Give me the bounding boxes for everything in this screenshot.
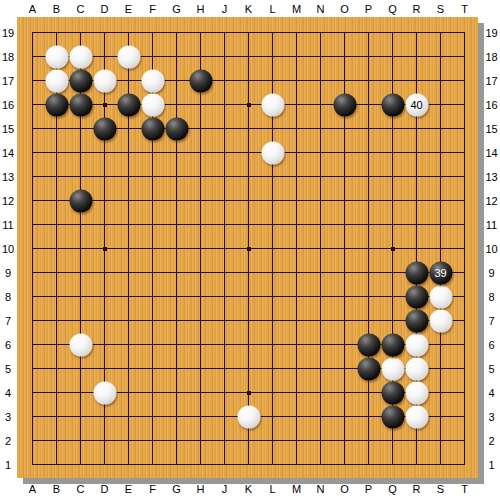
white-stone [261,141,284,164]
coordinate-label: P [365,3,372,14]
coordinate-label: B [53,3,60,14]
white-stone [429,309,452,332]
black-stone [69,69,92,92]
star-point [247,247,251,251]
coordinate-label: O [340,3,349,14]
coordinate-label: S [437,3,444,14]
coordinate-label: R [413,3,421,14]
coordinate-label: 1 [5,459,11,470]
coordinate-label: O [340,484,349,495]
black-stone [189,69,212,92]
move-number-label: 40 [410,99,422,110]
coordinate-label: 5 [488,363,494,374]
coordinate-label: G [172,484,181,495]
coordinate-label: M [292,3,301,14]
white-stone [405,357,428,380]
coordinate-label: 4 [5,387,11,398]
coordinate-label: T [461,3,468,14]
coordinate-label: J [222,484,228,495]
coordinate-label: D [101,484,109,495]
coordinate-label: R [413,484,421,495]
white-stone [117,45,140,68]
coordinate-label: B [53,484,60,495]
black-stone: 39 [429,261,452,284]
star-point [103,103,107,107]
white-stone [141,69,164,92]
white-stone [141,93,164,116]
coordinate-label: Q [388,484,397,495]
black-stone [405,261,428,284]
coordinate-label: 14 [2,147,14,158]
coordinate-label: Q [388,3,397,14]
coordinate-label: 13 [485,171,497,182]
coordinate-label: 6 [488,339,494,350]
coordinate-label: H [197,3,205,14]
black-stone [381,93,404,116]
coordinate-label: 9 [5,267,11,278]
black-stone [93,117,116,140]
coordinate-label: 7 [488,315,494,326]
white-stone [381,357,404,380]
coordinate-label: 10 [2,243,14,254]
coordinate-label: 16 [2,99,14,110]
coordinate-label: 14 [485,147,497,158]
coordinate-label: 18 [485,51,497,62]
move-number-label: 39 [434,267,446,278]
coordinate-label: K [245,484,252,495]
white-stone [429,285,452,308]
coordinate-label: 19 [2,27,14,38]
coordinate-label: L [269,484,275,495]
coordinate-label: 7 [5,315,11,326]
coordinate-label: 4 [488,387,494,398]
coordinate-label: 1 [488,459,494,470]
coordinate-label: 3 [5,411,11,422]
coordinate-label: 19 [485,27,497,38]
coordinate-label: 17 [485,75,497,86]
coordinate-label: 15 [485,123,497,134]
coordinate-label: 12 [485,195,497,206]
coordinate-label: N [317,484,325,495]
coordinate-label: 11 [2,219,13,230]
coordinate-label: 15 [2,123,14,134]
coordinate-label: H [197,484,205,495]
black-stone [69,93,92,116]
coordinate-label: 12 [2,195,14,206]
black-stone [69,189,92,212]
white-stone [405,333,428,356]
star-point [247,391,251,395]
coordinate-label: D [101,3,109,14]
coordinate-label: E [125,3,132,14]
star-point [103,247,107,251]
white-stone [405,381,428,404]
coordinate-label: 16 [485,99,497,110]
coordinate-label: 9 [488,267,494,278]
coordinate-label: 8 [5,291,11,302]
black-stone [117,93,140,116]
white-stone [93,381,116,404]
coordinate-label: 17 [2,75,14,86]
go-board-app: 4039 ABCDEFGHJKLMNOPQRST ABCDEFGHJKLMNOP… [0,0,500,500]
coordinate-label: T [461,484,468,495]
coordinate-label: S [437,484,444,495]
black-stone [165,117,188,140]
white-stone [69,333,92,356]
coordinate-label: F [149,3,156,14]
white-stone [69,45,92,68]
coordinate-label: M [292,484,301,495]
coordinate-label: 6 [5,339,11,350]
white-stone [45,45,68,68]
white-stone [237,405,260,428]
white-stone [261,93,284,116]
star-point [391,247,395,251]
coordinate-label: L [269,3,275,14]
black-stone [357,357,380,380]
coordinate-label: 13 [2,171,14,182]
coordinate-label: 8 [488,291,494,302]
coordinate-label: A [29,484,36,495]
black-stone [357,333,380,356]
coordinate-label: 2 [488,435,494,446]
coordinate-label: J [222,3,228,14]
white-stone: 40 [405,93,428,116]
black-stone [141,117,164,140]
coordinate-label: F [149,484,156,495]
coordinate-label: K [245,3,252,14]
star-point [247,103,251,107]
coordinate-label: C [77,484,85,495]
black-stone [333,93,356,116]
coordinate-label: N [317,3,325,14]
black-stone [405,309,428,332]
coordinate-label: E [125,484,132,495]
black-stone [381,405,404,428]
coordinate-label: P [365,484,372,495]
coordinate-label: 2 [5,435,11,446]
coordinate-label: A [29,3,36,14]
white-stone [405,405,428,428]
coordinate-label: 3 [488,411,494,422]
black-stone [45,93,68,116]
coordinate-label: 11 [486,219,497,230]
black-stone [381,333,404,356]
goban[interactable]: 4039 [17,17,478,478]
white-stone [93,69,116,92]
coordinate-label: C [77,3,85,14]
coordinate-label: 10 [485,243,497,254]
coordinate-label: 18 [2,51,14,62]
black-stone [405,285,428,308]
black-stone [381,381,404,404]
coordinate-label: 5 [5,363,11,374]
coordinate-label: G [172,3,181,14]
white-stone [45,69,68,92]
